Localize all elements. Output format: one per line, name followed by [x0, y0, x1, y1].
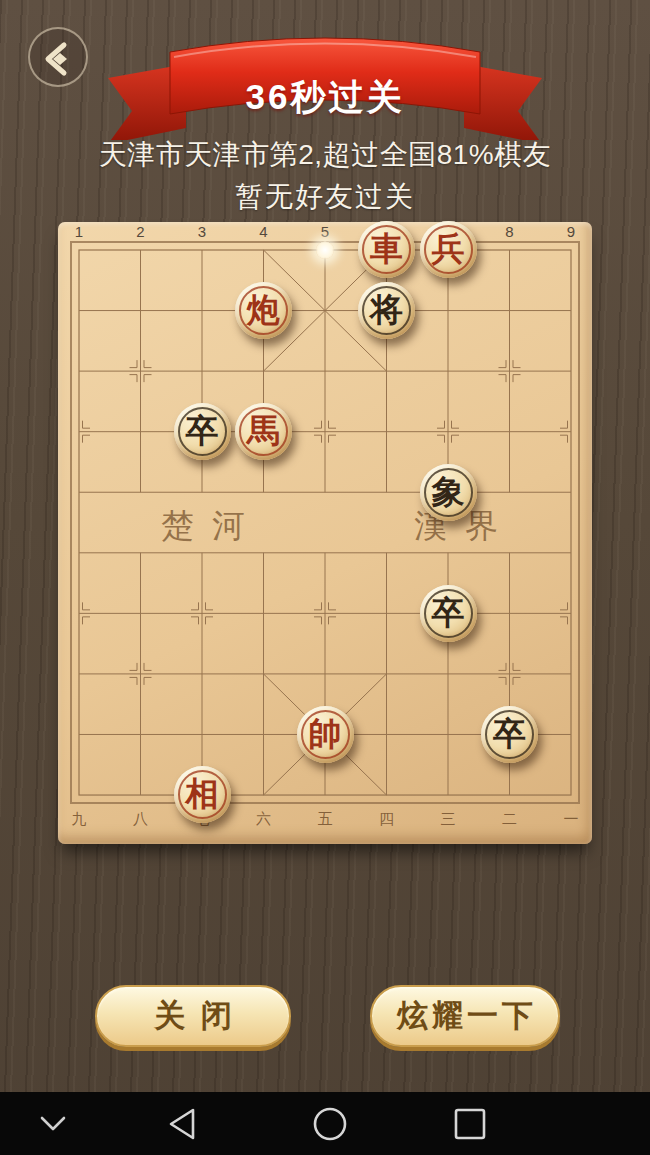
- piece-character: 象: [420, 464, 477, 521]
- piece-character: 兵: [420, 221, 477, 278]
- close-button[interactable]: 关闭: [95, 985, 291, 1047]
- result-ribbon: 36秒过关: [90, 28, 560, 140]
- piece-character: 馬: [235, 403, 292, 460]
- last-move-origin-marker: [316, 241, 334, 259]
- piece-character: 車: [358, 221, 415, 278]
- chevron-down-icon[interactable]: [21, 1092, 85, 1155]
- friends-subtitle: 暂无好友过关: [0, 178, 650, 216]
- android-nav-bar: [0, 1092, 650, 1155]
- piece-character: 炮: [235, 282, 292, 339]
- piece-character: 卒: [174, 403, 231, 460]
- red-piece-炮[interactable]: 炮: [235, 282, 292, 339]
- home-circle-icon[interactable]: [298, 1092, 362, 1155]
- pieces-layer: 車兵炮将卒馬象卒帥卒相: [48, 220, 602, 825]
- ribbon-title: 36秒过关: [90, 74, 560, 121]
- red-piece-帥[interactable]: 帥: [297, 706, 354, 763]
- recents-square-icon[interactable]: [438, 1092, 502, 1155]
- piece-character: 卒: [420, 585, 477, 642]
- xiangqi-board[interactable]: 123456789 九八七六五四三二一 楚河 漢界 車兵炮将卒馬象卒帥卒相: [58, 222, 592, 844]
- red-piece-馬[interactable]: 馬: [235, 403, 292, 460]
- puzzle-result-screen: 36秒过关 天津市天津市第2,超过全国81%棋友 暂无好友过关 12345678…: [0, 0, 650, 1155]
- red-piece-相[interactable]: 相: [174, 766, 231, 823]
- back-button[interactable]: [28, 27, 88, 87]
- brag-button[interactable]: 炫耀一下: [370, 985, 560, 1047]
- black-piece-象[interactable]: 象: [420, 464, 477, 521]
- black-piece-卒[interactable]: 卒: [174, 403, 231, 460]
- red-piece-兵[interactable]: 兵: [420, 221, 477, 278]
- piece-character: 将: [358, 282, 415, 339]
- piece-character: 卒: [481, 706, 538, 763]
- piece-character: 帥: [297, 706, 354, 763]
- rank-subtitle: 天津市天津市第2,超过全国81%棋友: [0, 136, 650, 174]
- black-piece-将[interactable]: 将: [358, 282, 415, 339]
- red-piece-車[interactable]: 車: [358, 221, 415, 278]
- back-triangle-icon[interactable]: [151, 1092, 215, 1155]
- piece-character: 相: [174, 766, 231, 823]
- chevron-left-icon: [36, 35, 84, 83]
- black-piece-卒[interactable]: 卒: [420, 585, 477, 642]
- black-piece-卒[interactable]: 卒: [481, 706, 538, 763]
